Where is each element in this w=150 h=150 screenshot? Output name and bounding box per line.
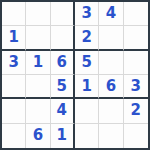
cell-r6c1[interactable]: [2, 124, 26, 148]
cell-r3c5[interactable]: [99, 51, 123, 75]
cell-r3c1[interactable]: 3: [2, 51, 26, 75]
cell-r1c4[interactable]: 3: [75, 2, 99, 26]
cell-r6c4[interactable]: [75, 124, 99, 148]
cell-r5c4[interactable]: [75, 99, 99, 123]
cell-r2c3[interactable]: [51, 26, 75, 50]
cell-r6c5[interactable]: [99, 124, 123, 148]
cell-r5c1[interactable]: [2, 99, 26, 123]
cell-r2c6[interactable]: [124, 26, 148, 50]
cell-r1c1[interactable]: [2, 2, 26, 26]
cell-r4c4[interactable]: 1: [75, 75, 99, 99]
cell-r2c4[interactable]: 2: [75, 26, 99, 50]
cell-r1c3[interactable]: [51, 2, 75, 26]
cell-r5c3[interactable]: 4: [51, 99, 75, 123]
cell-r1c5[interactable]: 4: [99, 2, 123, 26]
cell-r3c3[interactable]: 6: [51, 51, 75, 75]
cell-r4c2[interactable]: [26, 75, 50, 99]
sudoku-board: 3412316551634261: [0, 0, 150, 150]
cell-r3c6[interactable]: [124, 51, 148, 75]
cell-r4c5[interactable]: 6: [99, 75, 123, 99]
cell-r6c3[interactable]: 1: [51, 124, 75, 148]
cell-r6c6[interactable]: [124, 124, 148, 148]
cell-r5c5[interactable]: [99, 99, 123, 123]
cell-r2c5[interactable]: [99, 26, 123, 50]
cell-r1c6[interactable]: [124, 2, 148, 26]
cell-r3c4[interactable]: 5: [75, 51, 99, 75]
cell-r5c6[interactable]: 2: [124, 99, 148, 123]
cell-r4c6[interactable]: 3: [124, 75, 148, 99]
cell-r5c2[interactable]: [26, 99, 50, 123]
cell-r3c2[interactable]: 1: [26, 51, 50, 75]
cell-r1c2[interactable]: [26, 2, 50, 26]
cell-r2c2[interactable]: [26, 26, 50, 50]
cell-r4c1[interactable]: [2, 75, 26, 99]
cell-r2c1[interactable]: 1: [2, 26, 26, 50]
cell-r6c2[interactable]: 6: [26, 124, 50, 148]
cell-r4c3[interactable]: 5: [51, 75, 75, 99]
